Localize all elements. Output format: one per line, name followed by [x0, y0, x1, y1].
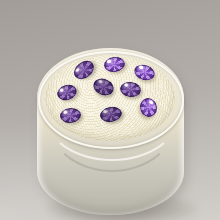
gemstone-9 [99, 105, 123, 124]
gemstone-7 [137, 95, 159, 118]
gemstone-photo [0, 0, 220, 220]
gemstone-6 [119, 80, 142, 98]
gemstone-4 [55, 82, 79, 102]
gems-layer [0, 0, 220, 220]
gemstone-2 [103, 55, 126, 73]
gemstone-1 [70, 57, 97, 83]
gemstone-3 [132, 62, 157, 83]
gemstone-5 [90, 76, 115, 99]
gemstone-8 [59, 106, 81, 123]
